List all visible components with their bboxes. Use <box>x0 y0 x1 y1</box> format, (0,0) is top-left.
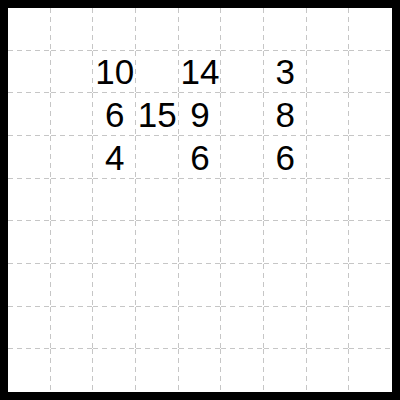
grid-cell-r1c0[interactable] <box>8 51 51 94</box>
grid-cell-r1c3[interactable] <box>136 51 179 94</box>
grid-cell-r5c6[interactable] <box>264 221 307 264</box>
grid-cell-r1c7[interactable] <box>307 51 350 94</box>
grid-cell-r6c7[interactable] <box>307 264 350 307</box>
grid-cell-r4c6[interactable] <box>264 179 307 222</box>
grid-cell-r6c6[interactable] <box>264 264 307 307</box>
grid-cell-r3c5[interactable] <box>221 136 264 179</box>
grid-cell-r2c4[interactable]: 9 <box>179 93 222 136</box>
clue-number: 10 <box>95 54 134 89</box>
grid-cell-r6c3[interactable] <box>136 264 179 307</box>
grid-cell-r6c5[interactable] <box>221 264 264 307</box>
grid-cell-r3c1[interactable] <box>51 136 94 179</box>
clue-number: 6 <box>276 140 295 175</box>
grid-cell-r3c7[interactable] <box>307 136 350 179</box>
grid-cell-r1c8[interactable] <box>349 51 392 94</box>
grid-cell-r4c0[interactable] <box>8 179 51 222</box>
grid-cell-r6c0[interactable] <box>8 264 51 307</box>
grid-cell-r7c8[interactable] <box>349 307 392 350</box>
grid-cell-r0c6[interactable] <box>264 8 307 51</box>
grid-cell-r4c1[interactable] <box>51 179 94 222</box>
grid-cell-r0c0[interactable] <box>8 8 51 51</box>
clue-number: 14 <box>181 54 220 89</box>
grid-cell-r8c7[interactable] <box>307 349 350 392</box>
grid-cell-r4c7[interactable] <box>307 179 350 222</box>
grid-cell-r6c4[interactable] <box>179 264 222 307</box>
grid-cell-r1c4[interactable]: 14 <box>179 51 222 94</box>
grid-cell-r3c0[interactable] <box>8 136 51 179</box>
clue-number: 4 <box>105 140 124 175</box>
grid-cell-r0c5[interactable] <box>221 8 264 51</box>
grid-cell-r7c5[interactable] <box>221 307 264 350</box>
grid-cell-r0c8[interactable] <box>349 8 392 51</box>
grid-cell-r2c0[interactable] <box>8 93 51 136</box>
clue-number: 3 <box>276 54 295 89</box>
grid-cell-r4c8[interactable] <box>349 179 392 222</box>
grid-cell-r3c3[interactable] <box>136 136 179 179</box>
grid-cell-r0c3[interactable] <box>136 8 179 51</box>
grid-cell-r8c4[interactable] <box>179 349 222 392</box>
grid-cell-r1c5[interactable] <box>221 51 264 94</box>
grid-cell-r3c4[interactable]: 6 <box>179 136 222 179</box>
clue-number: 6 <box>105 97 124 132</box>
grid-cell-r3c2[interactable]: 4 <box>93 136 136 179</box>
grid-cell-r6c2[interactable] <box>93 264 136 307</box>
grid-cell-r7c4[interactable] <box>179 307 222 350</box>
grid-cell-r8c1[interactable] <box>51 349 94 392</box>
grid-cell-r5c4[interactable] <box>179 221 222 264</box>
grid-cell-r6c1[interactable] <box>51 264 94 307</box>
grid-cell-r7c3[interactable] <box>136 307 179 350</box>
clue-number: 6 <box>190 140 209 175</box>
grid-cell-r8c8[interactable] <box>349 349 392 392</box>
grid-cell-r0c2[interactable] <box>93 8 136 51</box>
clue-number: 15 <box>138 97 177 132</box>
grid-cell-r3c6[interactable]: 6 <box>264 136 307 179</box>
grid-cell-r0c1[interactable] <box>51 8 94 51</box>
grid-cell-r5c2[interactable] <box>93 221 136 264</box>
grid-cell-r4c5[interactable] <box>221 179 264 222</box>
grid-cell-r1c1[interactable] <box>51 51 94 94</box>
grid-cell-r8c6[interactable] <box>264 349 307 392</box>
clue-number: 9 <box>190 97 209 132</box>
grid-cell-r3c8[interactable] <box>349 136 392 179</box>
grid-cell-r2c3[interactable]: 15 <box>136 93 179 136</box>
grid-cell-r2c5[interactable] <box>221 93 264 136</box>
grid-cell-r2c1[interactable] <box>51 93 94 136</box>
grid-cell-r4c2[interactable] <box>93 179 136 222</box>
grid-cell-r8c3[interactable] <box>136 349 179 392</box>
grid-cell-r2c6[interactable]: 8 <box>264 93 307 136</box>
grid-cell-r5c3[interactable] <box>136 221 179 264</box>
grid-cell-r5c8[interactable] <box>349 221 392 264</box>
grid-cell-r5c0[interactable] <box>8 221 51 264</box>
grid-cell-r1c2[interactable]: 10 <box>93 51 136 94</box>
shikaku-board: 1014361598466 <box>0 0 400 400</box>
grid-cell-r8c0[interactable] <box>8 349 51 392</box>
grid-cell-r5c5[interactable] <box>221 221 264 264</box>
grid-cell-r5c7[interactable] <box>307 221 350 264</box>
grid-cell-r8c2[interactable] <box>93 349 136 392</box>
grid-cell-r7c1[interactable] <box>51 307 94 350</box>
grid-cell-r6c8[interactable] <box>349 264 392 307</box>
grid-cell-r0c4[interactable] <box>179 8 222 51</box>
clue-number: 8 <box>276 97 295 132</box>
grid-cell-r7c0[interactable] <box>8 307 51 350</box>
grid-cell-r5c1[interactable] <box>51 221 94 264</box>
grid-cell-r7c2[interactable] <box>93 307 136 350</box>
grid-cell-r1c6[interactable]: 3 <box>264 51 307 94</box>
grid-cell-r2c8[interactable] <box>349 93 392 136</box>
grid-cell-r7c7[interactable] <box>307 307 350 350</box>
grid-cell-r4c3[interactable] <box>136 179 179 222</box>
grid-cell-r4c4[interactable] <box>179 179 222 222</box>
grid-cell-r2c7[interactable] <box>307 93 350 136</box>
grid-cell-r7c6[interactable] <box>264 307 307 350</box>
grid-cell-r2c2[interactable]: 6 <box>93 93 136 136</box>
grid-cell-r0c7[interactable] <box>307 8 350 51</box>
grid-cell-r8c5[interactable] <box>221 349 264 392</box>
